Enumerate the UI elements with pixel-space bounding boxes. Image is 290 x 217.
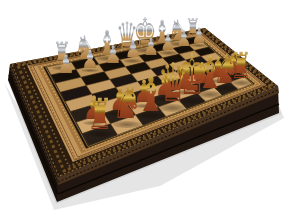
- piece-black-knight: ♞: [112, 80, 143, 126]
- piece-white-pawn: ♟: [160, 31, 176, 54]
- piece-white-pawn: ♟: [104, 42, 121, 66]
- piece-white-pawn: ♟: [124, 38, 141, 62]
- piece-black-rook: ♜: [87, 93, 113, 136]
- piece-white-pawn: ♟: [82, 47, 99, 72]
- chess-set-photo: ♜♞♝♛♚♝♞♜♟♟♟♟♟♟♟♟♟♟♟♟♟♟♟♟♜♞♝♛♚♝♞♜: [0, 0, 290, 217]
- piece-white-pawn: ♟: [57, 52, 75, 78]
